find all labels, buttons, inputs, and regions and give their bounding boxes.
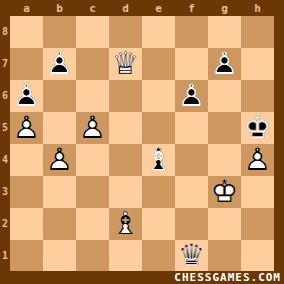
square-d2[interactable]: ♝♗ <box>109 208 142 240</box>
square-e6[interactable] <box>142 80 175 112</box>
square-f1[interactable]: ♛♕ <box>175 240 208 272</box>
file-labels: abcdefgh <box>10 0 274 16</box>
square-a1[interactable] <box>10 240 43 272</box>
square-c5[interactable]: ♟♙ <box>76 112 109 144</box>
square-a4[interactable] <box>10 144 43 176</box>
square-c3[interactable] <box>76 176 109 208</box>
black-pawn-glyph-outline: ♙ <box>43 48 76 79</box>
black-pawn-glyph-outline: ♙ <box>175 80 208 111</box>
black-pawn-glyph-fill: ♟ <box>175 80 208 111</box>
square-h4[interactable]: ♟♙ <box>241 144 274 176</box>
square-b5[interactable] <box>43 112 76 144</box>
square-b6[interactable] <box>43 80 76 112</box>
square-h6[interactable] <box>241 80 274 112</box>
square-f7[interactable] <box>175 48 208 80</box>
black-pawn-glyph-fill: ♟ <box>208 48 241 79</box>
white-pawn-glyph-outline: ♙ <box>241 144 274 175</box>
white-king-glyph-outline: ♔ <box>208 176 241 207</box>
square-a7[interactable] <box>10 48 43 80</box>
square-a3[interactable] <box>10 176 43 208</box>
square-b7[interactable]: ♟♙ <box>43 48 76 80</box>
square-g8[interactable] <box>208 16 241 48</box>
file-label-b: b <box>43 0 76 16</box>
square-d1[interactable] <box>109 240 142 272</box>
white-king-g3[interactable]: ♚♔ <box>208 176 241 208</box>
brand-bar: CHESSGAMES.COM <box>0 271 284 284</box>
square-h2[interactable] <box>241 208 274 240</box>
white-pawn-glyph-outline: ♙ <box>76 112 109 143</box>
square-a5[interactable]: ♟♙ <box>10 112 43 144</box>
square-c2[interactable] <box>76 208 109 240</box>
file-label-a: a <box>10 0 43 16</box>
square-h7[interactable] <box>241 48 274 80</box>
rank-label-5: 5 <box>0 112 10 144</box>
square-a6[interactable]: ♟♙ <box>10 80 43 112</box>
white-pawn-glyph-fill: ♟ <box>241 144 274 175</box>
square-c6[interactable] <box>76 80 109 112</box>
square-h5[interactable]: ♚♔ <box>241 112 274 144</box>
square-g1[interactable] <box>208 240 241 272</box>
rank-label-3: 3 <box>0 176 10 208</box>
rank-label-4: 4 <box>0 144 10 176</box>
black-pawn-glyph-fill: ♟ <box>10 80 43 111</box>
square-e2[interactable] <box>142 208 175 240</box>
square-e8[interactable] <box>142 16 175 48</box>
white-pawn-glyph-fill: ♟ <box>76 112 109 143</box>
square-g6[interactable] <box>208 80 241 112</box>
black-king-h5[interactable]: ♚♔ <box>241 112 274 144</box>
square-c7[interactable] <box>76 48 109 80</box>
black-king-glyph-fill: ♚ <box>241 112 274 143</box>
square-h8[interactable] <box>241 16 274 48</box>
rank-label-8: 8 <box>0 16 10 48</box>
black-queen-f1[interactable]: ♛♕ <box>175 240 208 272</box>
square-b1[interactable] <box>43 240 76 272</box>
square-e3[interactable] <box>142 176 175 208</box>
black-king-glyph-outline: ♔ <box>241 112 274 143</box>
black-queen-glyph-outline: ♕ <box>175 240 208 271</box>
rank-label-7: 7 <box>0 48 10 80</box>
square-c8[interactable] <box>76 16 109 48</box>
rank-label-2: 2 <box>0 208 10 240</box>
square-f5[interactable] <box>175 112 208 144</box>
square-b8[interactable] <box>43 16 76 48</box>
file-label-d: d <box>109 0 142 16</box>
file-label-f: f <box>175 0 208 16</box>
white-pawn-b4[interactable]: ♟♙ <box>43 144 76 176</box>
black-pawn-g7[interactable]: ♟♙ <box>208 48 241 80</box>
rank-label-6: 6 <box>0 80 10 112</box>
file-label-h: h <box>241 0 274 16</box>
white-pawn-glyph-fill: ♟ <box>43 144 76 175</box>
square-f8[interactable] <box>175 16 208 48</box>
square-g4[interactable] <box>208 144 241 176</box>
chess-board-diagram: abcdefgh 87654321 ♟♙♛♕♟♙♟♙♟♙♟♙♟♙♚♔♟♙♝♗♟♙… <box>0 0 284 284</box>
black-pawn-glyph-outline: ♙ <box>208 48 241 79</box>
square-f2[interactable] <box>175 208 208 240</box>
black-bishop-e4[interactable]: ♝♗ <box>142 144 175 176</box>
square-f4[interactable] <box>175 144 208 176</box>
file-label-e: e <box>142 0 175 16</box>
square-h1[interactable] <box>241 240 274 272</box>
square-d7[interactable]: ♛♕ <box>109 48 142 80</box>
black-bishop-glyph-outline: ♗ <box>142 144 175 175</box>
square-c1[interactable] <box>76 240 109 272</box>
square-g7[interactable]: ♟♙ <box>208 48 241 80</box>
black-pawn-glyph-fill: ♟ <box>43 48 76 79</box>
black-pawn-a6[interactable]: ♟♙ <box>10 80 43 112</box>
square-g5[interactable] <box>208 112 241 144</box>
white-king-glyph-fill: ♚ <box>208 176 241 207</box>
file-label-g: g <box>208 0 241 16</box>
square-b3[interactable] <box>43 176 76 208</box>
rank-label-1: 1 <box>0 240 10 272</box>
white-pawn-h4[interactable]: ♟♙ <box>241 144 274 176</box>
white-queen-glyph-outline: ♕ <box>109 48 142 79</box>
black-pawn-f6[interactable]: ♟♙ <box>175 80 208 112</box>
white-bishop-d2[interactable]: ♝♗ <box>109 208 142 240</box>
square-d3[interactable] <box>109 176 142 208</box>
square-a8[interactable] <box>10 16 43 48</box>
square-g3[interactable]: ♚♔ <box>208 176 241 208</box>
chessgames-link[interactable]: CHESSGAMES.COM <box>174 272 281 283</box>
square-g2[interactable] <box>208 208 241 240</box>
square-d8[interactable] <box>109 16 142 48</box>
square-b2[interactable] <box>43 208 76 240</box>
square-c4[interactable] <box>76 144 109 176</box>
white-pawn-a5[interactable]: ♟♙ <box>10 112 43 144</box>
chess-board: ♟♙♛♕♟♙♟♙♟♙♟♙♟♙♚♔♟♙♝♗♟♙♚♔♝♗♛♕ <box>10 16 274 272</box>
white-pawn-c5[interactable]: ♟♙ <box>76 112 109 144</box>
white-queen-d7[interactable]: ♛♕ <box>109 48 142 80</box>
white-queen-glyph-fill: ♛ <box>109 48 142 79</box>
white-bishop-glyph-fill: ♝ <box>109 208 142 239</box>
square-e4[interactable]: ♝♗ <box>142 144 175 176</box>
square-d4[interactable] <box>109 144 142 176</box>
square-a2[interactable] <box>10 208 43 240</box>
square-d6[interactable] <box>109 80 142 112</box>
white-bishop-glyph-outline: ♗ <box>109 208 142 239</box>
white-pawn-glyph-outline: ♙ <box>43 144 76 175</box>
black-pawn-glyph-outline: ♙ <box>10 80 43 111</box>
square-b4[interactable]: ♟♙ <box>43 144 76 176</box>
square-f6[interactable]: ♟♙ <box>175 80 208 112</box>
file-label-c: c <box>76 0 109 16</box>
square-e5[interactable] <box>142 112 175 144</box>
square-e7[interactable] <box>142 48 175 80</box>
square-e1[interactable] <box>142 240 175 272</box>
black-queen-glyph-fill: ♛ <box>175 240 208 271</box>
square-h3[interactable] <box>241 176 274 208</box>
black-bishop-glyph-fill: ♝ <box>142 144 175 175</box>
black-pawn-b7[interactable]: ♟♙ <box>43 48 76 80</box>
square-d5[interactable] <box>109 112 142 144</box>
rank-labels: 87654321 <box>0 16 10 272</box>
square-f3[interactable] <box>175 176 208 208</box>
white-pawn-glyph-outline: ♙ <box>10 112 43 143</box>
white-pawn-glyph-fill: ♟ <box>10 112 43 143</box>
